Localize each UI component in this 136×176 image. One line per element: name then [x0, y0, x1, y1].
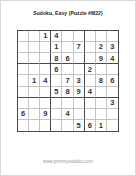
- footer-url: www.printmysudoku.com: [0, 159, 136, 164]
- cell-r9c3-empty[interactable]: [40, 120, 51, 131]
- cell-r7c4-empty[interactable]: [51, 98, 62, 109]
- cell-r3c9-given: 4: [107, 53, 118, 64]
- cell-r7c8-empty[interactable]: [96, 98, 107, 109]
- cell-r9c4-empty[interactable]: [51, 120, 62, 131]
- cell-r4c6-empty[interactable]: [74, 64, 85, 75]
- cell-r7c9-given: 3: [107, 98, 118, 109]
- cell-r4c1-empty[interactable]: [18, 64, 29, 75]
- cell-r3c8-given: 9: [96, 53, 107, 64]
- cell-r6c4-given: 5: [51, 87, 62, 98]
- sudoku-sheet: Sudoku, Easy (Puzzle #M22) 1417238694621…: [0, 0, 136, 176]
- cell-r9c6-given: 5: [74, 120, 85, 131]
- cell-r6c3-empty[interactable]: [40, 87, 51, 98]
- page-title: Sudoku, Easy (Puzzle #M22): [0, 10, 136, 16]
- cell-r6c9-empty[interactable]: [107, 87, 118, 98]
- cell-r6c5-given: 8: [62, 87, 73, 98]
- cell-r9c2-empty[interactable]: [29, 120, 40, 131]
- cell-r8c4-empty[interactable]: [51, 109, 62, 120]
- cell-r1c6-empty[interactable]: [74, 31, 85, 42]
- cell-r6c7-given: 4: [85, 87, 96, 98]
- cell-r9c7-given: 6: [85, 120, 96, 131]
- cell-r7c3-empty[interactable]: [40, 98, 51, 109]
- cell-r4c7-given: 2: [85, 64, 96, 75]
- cell-r8c7-empty[interactable]: [85, 109, 96, 120]
- cell-r8c2-empty[interactable]: [29, 109, 40, 120]
- cell-r6c2-empty[interactable]: [29, 87, 40, 98]
- cell-r5c1-empty[interactable]: [18, 75, 29, 86]
- cell-r9c1-empty[interactable]: [18, 120, 29, 131]
- cell-r5c3-given: 4: [40, 75, 51, 86]
- cell-r1c1-empty[interactable]: [18, 31, 29, 42]
- cell-r1c3-given: 1: [40, 31, 51, 42]
- cell-r6c8-empty[interactable]: [96, 87, 107, 98]
- cell-r2c5-empty[interactable]: [62, 42, 73, 53]
- cell-r6c6-given: 9: [74, 87, 85, 98]
- cell-r7c7-empty[interactable]: [85, 98, 96, 109]
- cell-r5c9-given: 6: [107, 75, 118, 86]
- cell-r3c6-empty[interactable]: [74, 53, 85, 64]
- cell-r1c5-empty[interactable]: [62, 31, 73, 42]
- cell-r8c3-given: 9: [40, 109, 51, 120]
- cell-r1c9-empty[interactable]: [107, 31, 118, 42]
- cell-r1c7-empty[interactable]: [85, 31, 96, 42]
- sudoku-grid: 14172386946214738658943694561: [17, 30, 119, 132]
- cell-r2c3-empty[interactable]: [40, 42, 51, 53]
- cell-r5c2-given: 1: [29, 75, 40, 86]
- cell-r5c7-empty[interactable]: [85, 75, 96, 86]
- cell-r2c7-empty[interactable]: [85, 42, 96, 53]
- cell-r3c2-empty[interactable]: [29, 53, 40, 64]
- cell-r7c6-empty[interactable]: [74, 98, 85, 109]
- cell-r8c8-empty[interactable]: [96, 109, 107, 120]
- cell-r3c5-given: 6: [62, 53, 73, 64]
- cell-r3c4-given: 8: [51, 53, 62, 64]
- cell-r2c9-given: 3: [107, 42, 118, 53]
- cell-r2c8-given: 2: [96, 42, 107, 53]
- cell-r6c1-empty[interactable]: [18, 87, 29, 98]
- cell-r4c4-given: 6: [51, 64, 62, 75]
- cell-r4c3-empty[interactable]: [40, 64, 51, 75]
- cell-r1c8-empty[interactable]: [96, 31, 107, 42]
- cell-r4c8-empty[interactable]: [96, 64, 107, 75]
- cell-r5c4-empty[interactable]: [51, 75, 62, 86]
- cell-r7c5-empty[interactable]: [62, 98, 73, 109]
- cell-r4c9-empty[interactable]: [107, 64, 118, 75]
- cell-r4c5-empty[interactable]: [62, 64, 73, 75]
- cell-r5c6-given: 3: [74, 75, 85, 86]
- cell-r8c9-empty[interactable]: [107, 109, 118, 120]
- cell-r9c8-given: 1: [96, 120, 107, 131]
- cell-r8c5-given: 4: [62, 109, 73, 120]
- cell-r5c8-given: 8: [96, 75, 107, 86]
- cell-r4c2-empty[interactable]: [29, 64, 40, 75]
- cell-r7c1-empty[interactable]: [18, 98, 29, 109]
- cell-r1c4-given: 4: [51, 31, 62, 42]
- cell-r5c5-given: 7: [62, 75, 73, 86]
- cell-r9c5-empty[interactable]: [62, 120, 73, 131]
- cell-r3c3-empty[interactable]: [40, 53, 51, 64]
- cell-r3c7-empty[interactable]: [85, 53, 96, 64]
- cell-r3c1-empty[interactable]: [18, 53, 29, 64]
- cell-r2c1-empty[interactable]: [18, 42, 29, 53]
- cell-r8c6-empty[interactable]: [74, 109, 85, 120]
- cell-r7c2-empty[interactable]: [29, 98, 40, 109]
- cell-r8c1-given: 6: [18, 109, 29, 120]
- cell-r2c6-given: 7: [74, 42, 85, 53]
- cell-r1c2-empty[interactable]: [29, 31, 40, 42]
- cell-r9c9-given: [107, 120, 118, 131]
- cell-r2c2-empty[interactable]: [29, 42, 40, 53]
- cell-r2c4-given: 1: [51, 42, 62, 53]
